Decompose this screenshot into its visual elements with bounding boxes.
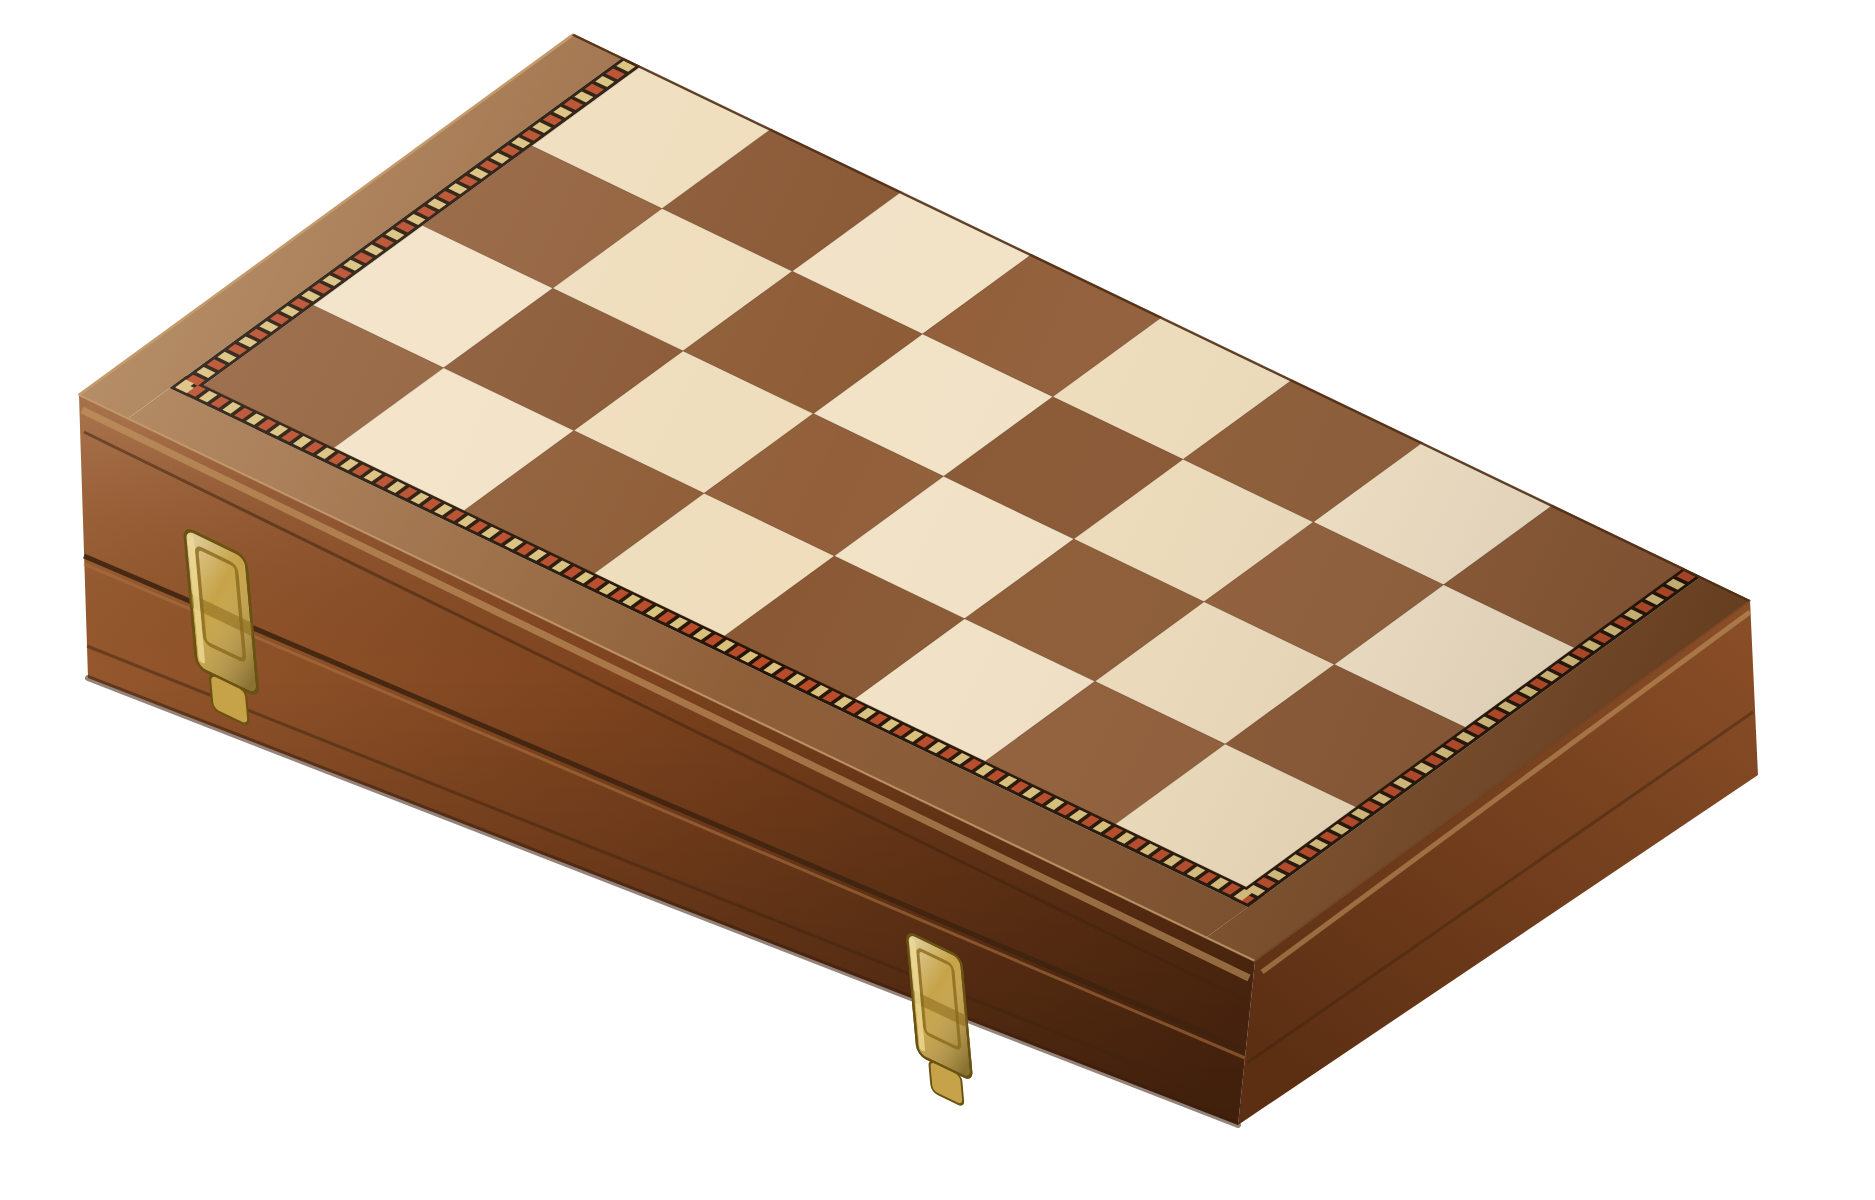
product-photo-canvas — [0, 0, 1875, 1200]
folding-chess-case — [0, 0, 1875, 1200]
